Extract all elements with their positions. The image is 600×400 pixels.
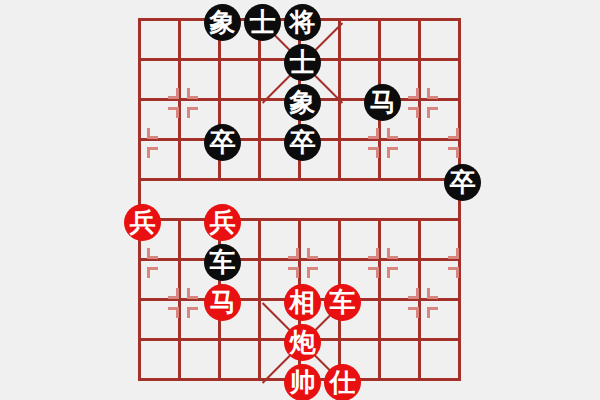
point-marker [187,307,198,318]
black-advisor[interactable]: 士 [244,4,281,41]
xiangqi-board[interactable]: 象士将士象马卒卒卒兵兵车马相车炮帅仕 [138,18,461,381]
point-marker [408,307,419,318]
board-cell [221,341,261,381]
board-cell [141,21,181,61]
board-cell [221,61,261,101]
point-marker [427,107,438,118]
board-cell [141,341,181,381]
red-chariot[interactable]: 车 [324,284,361,321]
point-marker [448,267,459,278]
red-horse[interactable]: 马 [204,284,241,321]
point-marker [307,267,318,278]
red-general[interactable]: 帅 [284,364,321,400]
board-cell [301,181,341,221]
point-marker [427,307,438,318]
point-marker [387,147,398,158]
red-elephant[interactable]: 相 [284,284,321,321]
board-area: 象士将士象马卒卒卒兵兵车马相车炮帅仕 [0,0,600,400]
red-soldier[interactable]: 兵 [124,204,161,241]
point-marker [187,107,198,118]
point-marker [147,128,158,139]
point-marker [368,147,379,158]
point-marker [408,107,419,118]
board-cell [381,21,421,61]
point-marker [288,248,299,259]
black-chariot[interactable]: 车 [204,244,241,281]
point-marker [168,307,179,318]
point-marker [448,147,459,158]
black-soldier[interactable]: 卒 [284,124,321,161]
point-marker [168,88,179,99]
black-general[interactable]: 将 [284,4,321,41]
point-marker [187,88,198,99]
point-marker [387,248,398,259]
point-marker [187,288,198,299]
point-marker [408,288,419,299]
black-horse[interactable]: 马 [364,84,401,121]
board-cell [421,341,461,381]
black-soldier[interactable]: 卒 [204,124,241,161]
point-marker [147,248,158,259]
point-marker [427,88,438,99]
point-marker [368,267,379,278]
point-marker [168,107,179,118]
point-marker [368,128,379,139]
red-advisor[interactable]: 仕 [324,364,361,400]
black-elephant[interactable]: 象 [204,4,241,41]
board-cell [341,21,381,61]
point-marker [147,267,158,278]
board-cell [381,341,421,381]
point-marker [288,267,299,278]
board-cell [381,181,421,221]
point-marker [307,248,318,259]
point-marker [368,248,379,259]
point-marker [387,128,398,139]
board-cell [341,181,381,221]
black-soldier[interactable]: 卒 [444,164,481,201]
red-soldier[interactable]: 兵 [204,204,241,241]
black-advisor[interactable]: 士 [284,44,321,81]
point-marker [168,288,179,299]
point-marker [427,288,438,299]
point-marker [448,128,459,139]
board-cell [421,21,461,61]
board-cell [261,181,301,221]
point-marker [387,267,398,278]
red-cannon[interactable]: 炮 [284,324,321,361]
point-marker [147,147,158,158]
point-marker [408,88,419,99]
point-marker [448,248,459,259]
black-elephant[interactable]: 象 [284,84,321,121]
board-cell [181,341,221,381]
